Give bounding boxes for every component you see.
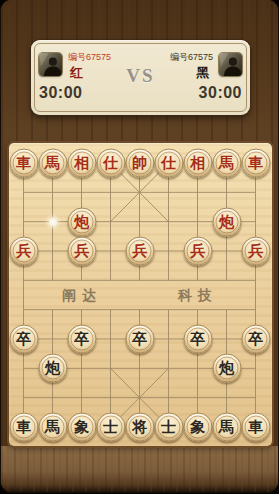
xiangqi-piece-black[interactable]: 士 [96,412,125,441]
match-header: 编号67575 红 30:00 VS 编号67575 黑 30:00 [31,40,250,115]
xiangqi-piece-red[interactable]: 兵 [9,236,38,265]
xiangqi-piece-red[interactable]: 兵 [125,236,154,265]
wood-footer [1,446,278,492]
black-player-id: 编号67575 [170,52,213,62]
avatar-portrait-icon [39,53,62,76]
xiangqi-piece-red[interactable]: 馬 [212,149,241,178]
xiangqi-piece-black[interactable]: 卒 [67,324,96,353]
xiangqi-piece-red[interactable]: 馬 [38,149,67,178]
red-player-name: 红 [70,64,83,82]
xiangqi-piece-black[interactable]: 車 [9,412,38,441]
xiangqi-piece-black[interactable]: 卒 [9,324,38,353]
black-player-name: 黑 [196,64,209,82]
xiangqi-piece-black[interactable]: 卒 [241,324,270,353]
xiangqi-piece-black[interactable]: 馬 [38,412,67,441]
black-player-clock: 30:00 [199,84,242,102]
xiangqi-piece-red[interactable]: 兵 [183,236,212,265]
xiangqi-piece-red[interactable]: 車 [9,149,38,178]
red-player-id: 编号67575 [68,52,111,62]
xiangqi-piece-red[interactable]: 車 [241,149,270,178]
red-player-avatar [39,53,62,76]
last-move-marker [48,217,57,226]
xiangqi-piece-red[interactable]: 仕 [96,149,125,178]
river-text-left: 阐达 [62,288,102,303]
xiangqi-piece-black[interactable]: 象 [67,412,96,441]
xiangqi-piece-black[interactable]: 車 [241,412,270,441]
xiangqi-piece-black[interactable]: 卒 [183,324,212,353]
river-text-right: 科技 [178,288,218,303]
xiangqi-piece-red[interactable]: 兵 [67,236,96,265]
app-window: 编号67575 红 30:00 VS 编号67575 黑 30:00 阐达 科技… [1,0,278,492]
xiangqi-piece-black[interactable]: 将 [125,412,154,441]
xiangqi-piece-red[interactable]: 相 [183,149,212,178]
xiangqi-piece-black[interactable]: 炮 [38,354,67,383]
xiangqi-piece-black[interactable]: 炮 [212,354,241,383]
xiangqi-piece-red[interactable]: 炮 [67,207,96,236]
xiangqi-piece-red[interactable]: 兵 [241,236,270,265]
xiangqi-piece-red[interactable]: 仕 [154,149,183,178]
xiangqi-board[interactable]: 阐达 科技 車馬相仕帥仕相馬車炮炮兵兵兵兵兵卒卒卒卒卒炮炮車馬象士将士象馬車 [9,143,272,446]
red-player-clock: 30:00 [39,84,82,102]
xiangqi-piece-black[interactable]: 卒 [125,324,154,353]
xiangqi-piece-black[interactable]: 士 [154,412,183,441]
xiangqi-piece-red[interactable]: 炮 [212,207,241,236]
avatar-portrait-icon [219,53,242,76]
vs-label: VS [126,65,154,87]
xiangqi-piece-red[interactable]: 相 [67,149,96,178]
board-grid [9,143,272,446]
xiangqi-piece-black[interactable]: 象 [183,412,212,441]
xiangqi-piece-red[interactable]: 帥 [125,149,154,178]
xiangqi-piece-black[interactable]: 馬 [212,412,241,441]
black-player-avatar [219,53,242,76]
